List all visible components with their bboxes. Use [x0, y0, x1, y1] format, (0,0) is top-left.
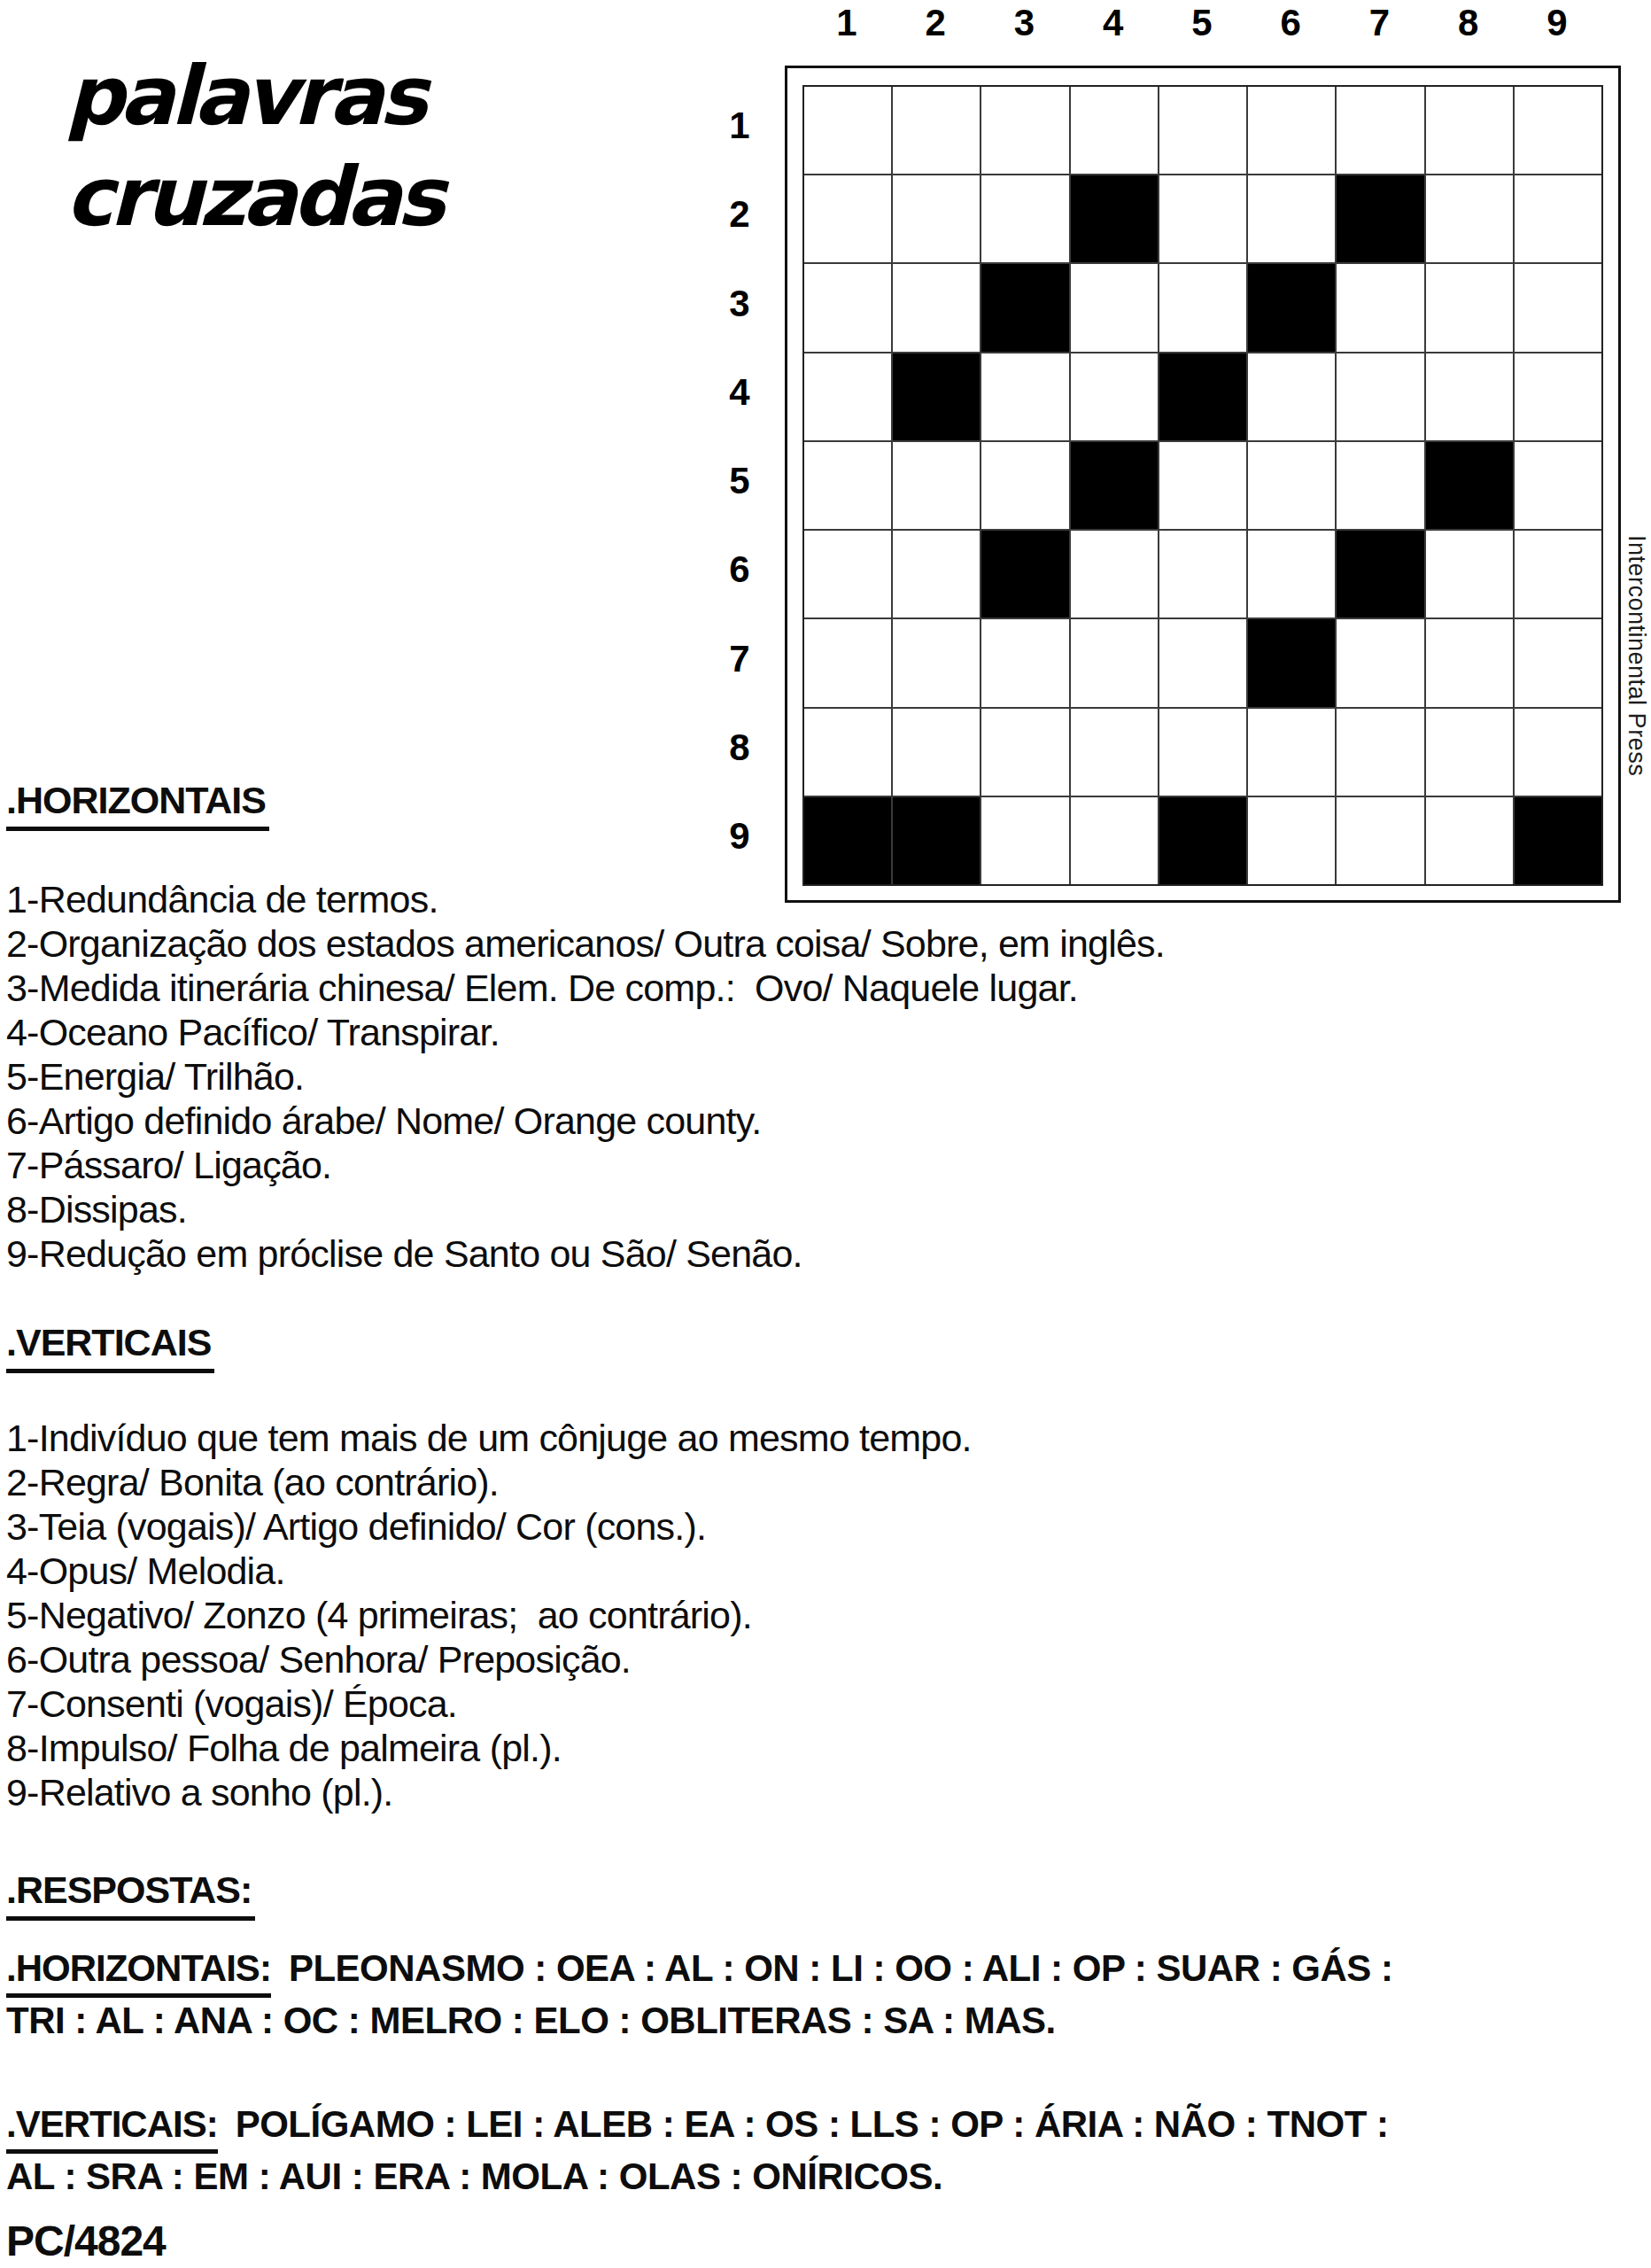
col-label-6: 6 [1246, 2, 1335, 44]
grid-cell [981, 619, 1068, 706]
grid-cell [1071, 619, 1158, 706]
respostas-horizontais: .HORIZONTAIS:PLEONASMO : OEA : AL : ON :… [6, 1946, 1406, 2044]
grid-cell [1515, 531, 1601, 617]
horizontais-clue-9: 9-Redução em próclise de Santo ou São/ S… [6, 1231, 1512, 1276]
crossword-board-frame [785, 66, 1621, 903]
grid-cell [1159, 175, 1246, 262]
row-label-5: 5 [713, 440, 766, 529]
verticais-clue-7: 7-Consenti (vogais)/ Época. [6, 1682, 1512, 1726]
grid-cell-block [981, 531, 1068, 617]
grid-cell [893, 175, 980, 262]
grid-cell [1159, 709, 1246, 796]
grid-cell [981, 709, 1068, 796]
grid-cell [893, 619, 980, 706]
grid-cell-block [1515, 797, 1601, 884]
grid-cell [893, 87, 980, 174]
col-label-4: 4 [1069, 2, 1158, 44]
verticais-clue-8: 8-Impulso/ Folha de palmeira (pl.). [6, 1726, 1512, 1770]
horizontais-clue-1: 1-Redundância de termos. [6, 877, 1512, 921]
col-label-1: 1 [802, 2, 891, 44]
grid-cell [981, 442, 1068, 529]
grid-cell [804, 442, 891, 529]
grid-cell-block [1337, 175, 1423, 262]
crossword-page: { "game": "palavras-cruzadas (Portuguese… [0, 0, 1651, 2268]
grid-cell [1248, 442, 1335, 529]
grid-cell [1337, 619, 1423, 706]
grid-cell-block [893, 797, 980, 884]
respostas-horizontais-label: .HORIZONTAIS: [6, 1946, 271, 1998]
grid-cell [1515, 175, 1601, 262]
grid-cell [893, 442, 980, 529]
grid-cell [804, 264, 891, 351]
row-label-9: 9 [713, 796, 766, 884]
horizontais-clue-3: 3-Medida itinerária chinesa/ Elem. De co… [6, 966, 1512, 1010]
grid-cell [981, 797, 1068, 884]
grid-cell [893, 709, 980, 796]
grid-cell [804, 353, 891, 440]
verticais-clue-3: 3-Teia (vogais)/ Artigo definido/ Cor (c… [6, 1504, 1512, 1549]
grid-cell [1159, 442, 1246, 529]
grid-cell-block [804, 797, 891, 884]
grid-cell [981, 87, 1068, 174]
verticais-clue-4: 4-Opus/ Melodia. [6, 1549, 1512, 1593]
grid-cell-block [1071, 442, 1158, 529]
col-label-3: 3 [981, 2, 1069, 44]
horizontais-clue-8: 8-Dissipas. [6, 1187, 1512, 1231]
grid-cell [1337, 264, 1423, 351]
grid-cell [804, 619, 891, 706]
grid-cell [804, 531, 891, 617]
grid-cell [1515, 442, 1601, 529]
grid-cell-block [981, 264, 1068, 351]
grid-cell-block [1159, 353, 1246, 440]
horizontais-clue-7: 7-Pássaro/ Ligação. [6, 1143, 1512, 1187]
grid-cell [1426, 619, 1513, 706]
grid-cell [893, 531, 980, 617]
crossword-grid [802, 85, 1603, 886]
grid-cell [981, 353, 1068, 440]
grid-cell [1248, 709, 1335, 796]
horizontais-clue-list: 1-Redundância de termos.2-Organização do… [6, 877, 1512, 1276]
grid-cell [1248, 797, 1335, 884]
grid-cell [1159, 264, 1246, 351]
grid-cell [804, 175, 891, 262]
verticais-clue-9: 9-Relativo a sonho (pl.). [6, 1770, 1512, 1814]
publisher-credit: Intercontinental Press [1623, 535, 1650, 776]
col-label-5: 5 [1158, 2, 1246, 44]
grid-cell [981, 175, 1068, 262]
grid-cell [1159, 531, 1246, 617]
col-label-9: 9 [1513, 2, 1601, 44]
grid-cell [804, 709, 891, 796]
verticais-clue-5: 5-Negativo/ Zonzo (4 primeiras; ao contr… [6, 1593, 1512, 1637]
grid-cell [1248, 353, 1335, 440]
grid-cell [1071, 531, 1158, 617]
verticais-clue-2: 2-Regra/ Bonita (ao contrário). [6, 1460, 1512, 1504]
grid-cell [1337, 353, 1423, 440]
grid-cell [1071, 353, 1158, 440]
puzzle-code: PC/4824 [6, 2220, 171, 2268]
grid-cell [1071, 709, 1158, 796]
respostas-verticais-label: .VERTICAIS: [6, 2101, 218, 2154]
respostas-heading: .RESPOSTAS: [6, 1871, 255, 1921]
row-label-4: 4 [713, 352, 766, 440]
verticais-heading: .VERTICAIS [6, 1324, 214, 1373]
row-label-7: 7 [713, 618, 766, 707]
grid-cell-block [1426, 442, 1513, 529]
col-label-8: 8 [1424, 2, 1513, 44]
row-label-8: 8 [713, 707, 766, 796]
horizontais-clue-5: 5-Energia/ Trilhão. [6, 1054, 1512, 1099]
verticais-clue-1: 1-Indivíduo que tem mais de um cônjuge a… [6, 1416, 1512, 1460]
grid-cell [1337, 442, 1423, 529]
page-title-line1: palavras [66, 46, 441, 147]
grid-cell-block [1159, 797, 1246, 884]
grid-cell [1515, 709, 1601, 796]
grid-cell [1337, 797, 1423, 884]
verticais-clue-6: 6-Outra pessoa/ Senhora/ Preposição. [6, 1637, 1512, 1682]
grid-cell [1515, 353, 1601, 440]
grid-cell [1248, 175, 1335, 262]
grid-cell-block [893, 353, 980, 440]
grid-cell [1071, 797, 1158, 884]
grid-cell [1426, 87, 1513, 174]
grid-cell [1515, 87, 1601, 174]
horizontais-clue-6: 6-Artigo definido árabe/ Nome/ Orange co… [6, 1099, 1512, 1143]
row-label-3: 3 [713, 263, 766, 352]
col-label-7: 7 [1336, 2, 1424, 44]
page-title-line2: cruzadas [66, 147, 441, 248]
grid-cell [1426, 709, 1513, 796]
grid-cell [1337, 87, 1423, 174]
page-title: palavras cruzadas [66, 46, 441, 248]
grid-cell [1337, 709, 1423, 796]
horizontais-clue-4: 4-Oceano Pacífico/ Transpirar. [6, 1010, 1512, 1054]
grid-cell [1426, 531, 1513, 617]
grid-cell-block [1337, 531, 1423, 617]
grid-cell [893, 264, 980, 351]
grid-cell [1071, 87, 1158, 174]
col-label-2: 2 [891, 2, 980, 44]
grid-cell [1515, 619, 1601, 706]
grid-cell [1248, 87, 1335, 174]
horizontais-heading: .HORIZONTAIS [6, 781, 269, 831]
grid-cell [804, 87, 891, 174]
grid-cell [1159, 87, 1246, 174]
grid-cell [1515, 264, 1601, 351]
grid-cell [1426, 797, 1513, 884]
grid-cell [1248, 531, 1335, 617]
grid-cell-block [1248, 264, 1335, 351]
grid-cell [1071, 264, 1158, 351]
row-label-2: 2 [713, 174, 766, 262]
grid-cell-block [1071, 175, 1158, 262]
grid-cell [1159, 619, 1246, 706]
horizontais-clue-2: 2-Organização dos estados americanos/ Ou… [6, 921, 1512, 966]
grid-cell-block [1248, 619, 1335, 706]
respostas-verticais: .VERTICAIS:POLÍGAMO : LEI : ALEB : EA : … [6, 2101, 1406, 2200]
grid-cell [1426, 353, 1513, 440]
row-label-6: 6 [713, 529, 766, 617]
verticais-clue-list: 1-Indivíduo que tem mais de um cônjuge a… [6, 1416, 1512, 1814]
row-label-1: 1 [713, 85, 766, 174]
grid-cell [1426, 175, 1513, 262]
grid-cell [1426, 264, 1513, 351]
